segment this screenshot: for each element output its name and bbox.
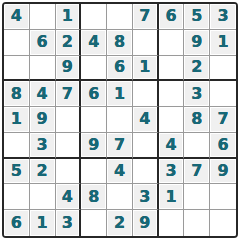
cell-r2c4: 4 xyxy=(81,30,107,56)
given-digit: 8 xyxy=(191,111,202,127)
cell-r8c2[interactable] xyxy=(30,184,56,210)
cell-r7c2: 2 xyxy=(30,159,56,185)
given-digit: 6 xyxy=(218,137,229,153)
cell-r5c8: 8 xyxy=(184,107,210,133)
cell-r6c9: 6 xyxy=(210,133,236,159)
given-digit: 1 xyxy=(165,189,176,205)
cell-r1c6: 7 xyxy=(133,4,159,30)
cell-r9c6: 9 xyxy=(133,210,159,236)
cell-r5c2: 9 xyxy=(30,107,56,133)
cell-r3c5: 6 xyxy=(107,56,133,82)
cell-r3c8: 2 xyxy=(184,56,210,82)
cell-r4c2: 4 xyxy=(30,81,56,107)
sudoku-widget: 4176536248919612847613194873974652437948… xyxy=(0,0,240,240)
cell-r8c9[interactable] xyxy=(210,184,236,210)
cell-r2c3: 2 xyxy=(56,30,82,56)
cell-r5c6: 4 xyxy=(133,107,159,133)
cell-r2c8: 9 xyxy=(184,30,210,56)
cell-r4c1: 8 xyxy=(4,81,30,107)
cell-r3c1[interactable] xyxy=(4,56,30,82)
given-digit: 6 xyxy=(37,34,48,50)
cell-r1c3: 1 xyxy=(56,4,82,30)
given-digit: 4 xyxy=(139,111,150,127)
cell-r4c9[interactable] xyxy=(210,81,236,107)
cell-r1c8: 5 xyxy=(184,4,210,30)
given-digit: 4 xyxy=(88,34,99,50)
cell-r6c5: 7 xyxy=(107,133,133,159)
given-digit: 4 xyxy=(165,137,176,153)
given-digit: 3 xyxy=(37,137,48,153)
cell-r8c4: 8 xyxy=(81,184,107,210)
cell-r2c2: 6 xyxy=(30,30,56,56)
cell-r3c3: 9 xyxy=(56,56,82,82)
given-digit: 1 xyxy=(114,86,125,102)
cell-r2c1[interactable] xyxy=(4,30,30,56)
given-digit: 1 xyxy=(139,59,150,75)
cell-r2c6[interactable] xyxy=(133,30,159,56)
given-digit: 4 xyxy=(37,86,48,102)
given-digit: 2 xyxy=(37,163,48,179)
cell-r3c4[interactable] xyxy=(81,56,107,82)
cell-r3c7[interactable] xyxy=(159,56,185,82)
given-digit: 7 xyxy=(218,111,229,127)
given-digit: 4 xyxy=(114,163,125,179)
cell-r5c1: 1 xyxy=(4,107,30,133)
cell-r1c5[interactable] xyxy=(107,4,133,30)
given-digit: 5 xyxy=(11,163,22,179)
cell-r9c8[interactable] xyxy=(184,210,210,236)
cell-r1c9: 3 xyxy=(210,4,236,30)
sudoku-board: 4176536248919612847613194873974652437948… xyxy=(2,2,238,238)
cell-r5c4[interactable] xyxy=(81,107,107,133)
given-digit: 9 xyxy=(37,111,48,127)
given-digit: 2 xyxy=(62,34,73,50)
given-digit: 1 xyxy=(218,34,229,50)
cell-r9c3: 3 xyxy=(56,210,82,236)
given-digit: 7 xyxy=(62,86,73,102)
cell-r7c6[interactable] xyxy=(133,159,159,185)
given-digit: 6 xyxy=(165,8,176,24)
cell-r9c4[interactable] xyxy=(81,210,107,236)
cell-r6c6[interactable] xyxy=(133,133,159,159)
cell-r6c7: 4 xyxy=(159,133,185,159)
cell-r2c5: 8 xyxy=(107,30,133,56)
given-digit: 4 xyxy=(11,8,22,24)
given-digit: 9 xyxy=(218,163,229,179)
cell-r7c1: 5 xyxy=(4,159,30,185)
cell-r4c5: 1 xyxy=(107,81,133,107)
cell-r8c5[interactable] xyxy=(107,184,133,210)
cell-r4c8: 3 xyxy=(184,81,210,107)
given-digit: 3 xyxy=(139,189,150,205)
given-digit: 3 xyxy=(218,8,229,24)
given-digit: 9 xyxy=(62,59,73,75)
cell-r1c4[interactable] xyxy=(81,4,107,30)
given-digit: 3 xyxy=(165,163,176,179)
cell-r3c6: 1 xyxy=(133,56,159,82)
cell-r8c3: 4 xyxy=(56,184,82,210)
given-digit: 1 xyxy=(37,215,48,231)
cell-r3c9[interactable] xyxy=(210,56,236,82)
given-digit: 5 xyxy=(191,8,202,24)
given-digit: 3 xyxy=(62,215,73,231)
cell-r7c9: 9 xyxy=(210,159,236,185)
cell-r1c2[interactable] xyxy=(30,4,56,30)
cell-r5c5[interactable] xyxy=(107,107,133,133)
given-digit: 6 xyxy=(11,215,22,231)
cell-r7c3[interactable] xyxy=(56,159,82,185)
cell-r9c2: 1 xyxy=(30,210,56,236)
cell-r4c7[interactable] xyxy=(159,81,185,107)
cell-r7c7: 3 xyxy=(159,159,185,185)
given-digit: 8 xyxy=(114,34,125,50)
given-digit: 8 xyxy=(11,86,22,102)
given-digit: 8 xyxy=(88,189,99,205)
cell-r6c8[interactable] xyxy=(184,133,210,159)
cell-r7c4[interactable] xyxy=(81,159,107,185)
cell-r1c1: 4 xyxy=(4,4,30,30)
given-digit: 2 xyxy=(114,215,125,231)
cell-r2c9: 1 xyxy=(210,30,236,56)
cell-r6c2: 3 xyxy=(30,133,56,159)
cell-r4c3: 7 xyxy=(56,81,82,107)
given-digit: 2 xyxy=(191,59,202,75)
cell-r6c4: 9 xyxy=(81,133,107,159)
given-digit: 9 xyxy=(88,137,99,153)
given-digit: 1 xyxy=(11,111,22,127)
cell-r2c7[interactable] xyxy=(159,30,185,56)
given-digit: 6 xyxy=(114,59,125,75)
given-digit: 1 xyxy=(62,8,73,24)
cell-r8c7: 1 xyxy=(159,184,185,210)
cell-r7c8: 7 xyxy=(184,159,210,185)
cell-r9c9[interactable] xyxy=(210,210,236,236)
given-digit: 9 xyxy=(191,34,202,50)
given-digit: 3 xyxy=(191,86,202,102)
cell-r6c1[interactable] xyxy=(4,133,30,159)
given-digit: 4 xyxy=(62,189,73,205)
given-digit: 7 xyxy=(139,8,150,24)
cell-r8c6: 3 xyxy=(133,184,159,210)
given-digit: 7 xyxy=(114,137,125,153)
cell-r3c2[interactable] xyxy=(30,56,56,82)
cell-r1c7: 6 xyxy=(159,4,185,30)
given-digit: 6 xyxy=(88,86,99,102)
cell-r4c6[interactable] xyxy=(133,81,159,107)
cell-r8c1[interactable] xyxy=(4,184,30,210)
cell-r9c5: 2 xyxy=(107,210,133,236)
given-digit: 7 xyxy=(191,163,202,179)
given-digit: 9 xyxy=(139,215,150,231)
cell-r9c7[interactable] xyxy=(159,210,185,236)
cell-r6c3[interactable] xyxy=(56,133,82,159)
cell-r7c5: 4 xyxy=(107,159,133,185)
cell-r5c9: 7 xyxy=(210,107,236,133)
cell-r4c4: 6 xyxy=(81,81,107,107)
cell-r9c1: 6 xyxy=(4,210,30,236)
cell-r5c3[interactable] xyxy=(56,107,82,133)
cell-r5c7[interactable] xyxy=(159,107,185,133)
cell-r8c8[interactable] xyxy=(184,184,210,210)
